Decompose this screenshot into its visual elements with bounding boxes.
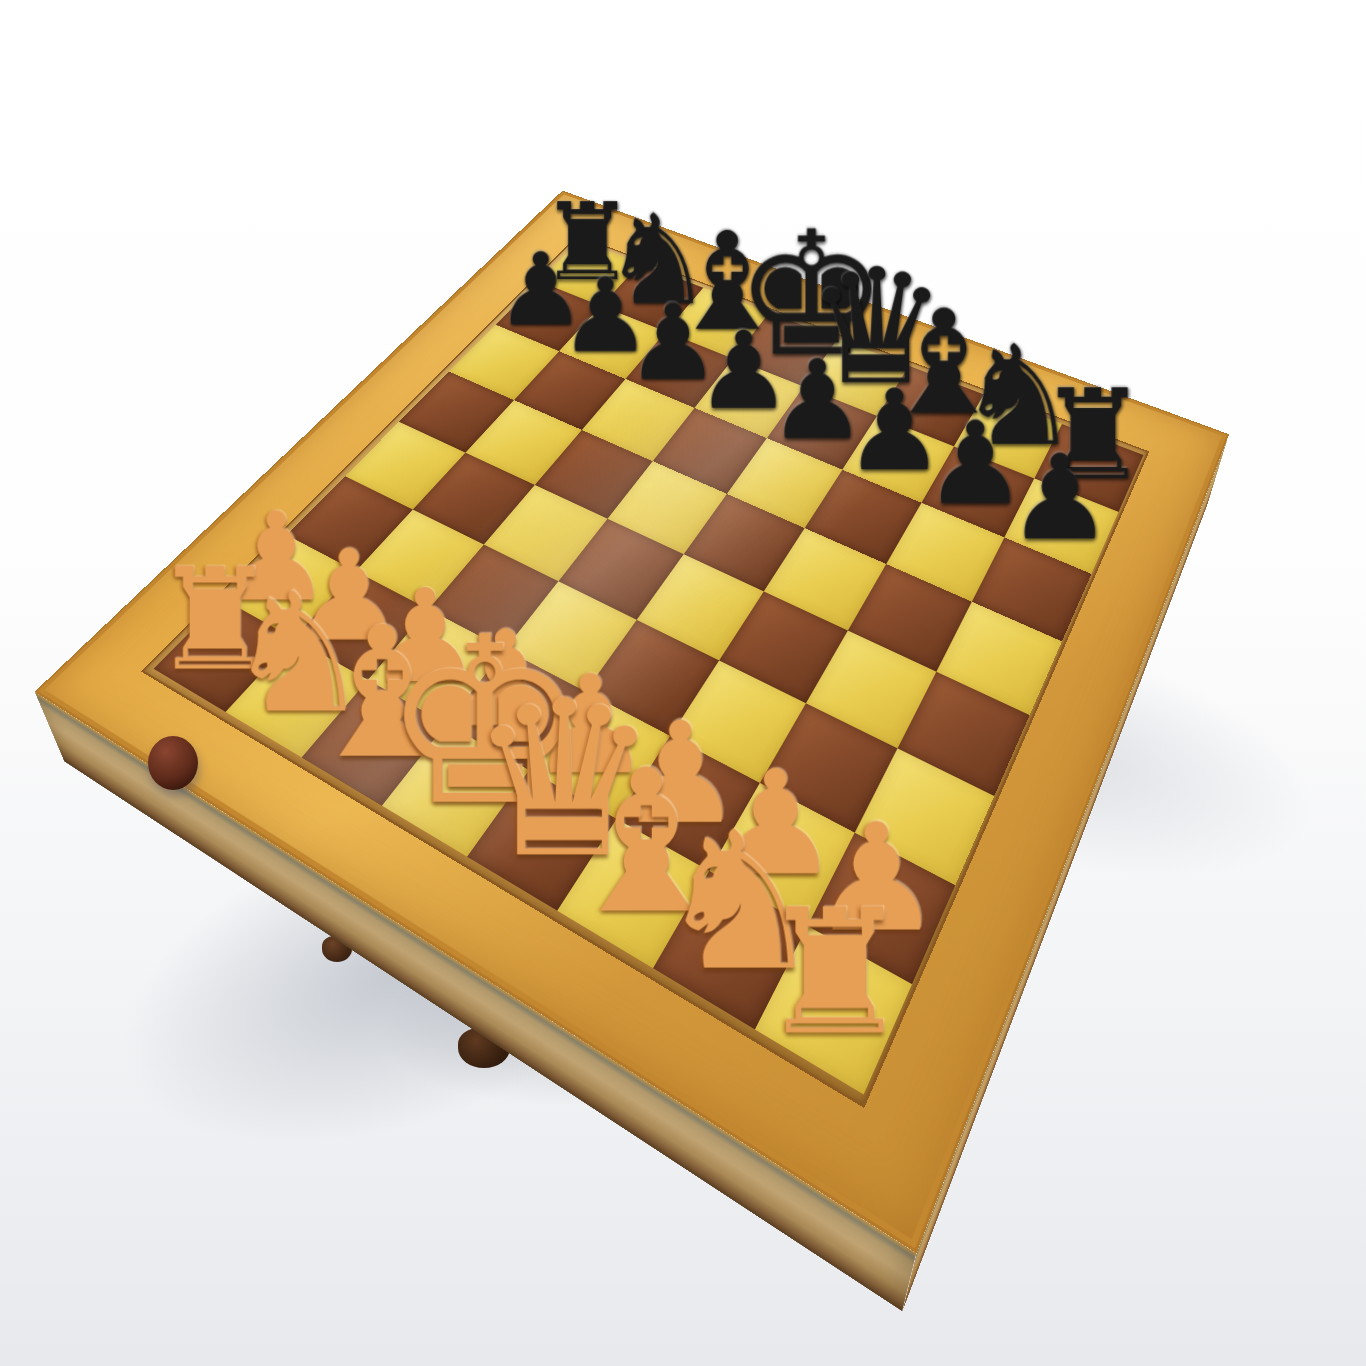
piece-black-pawn-h7[interactable]: ♟ xyxy=(1007,449,1097,545)
piece-black-pawn-f7[interactable]: ♟ xyxy=(844,385,929,477)
chess-board-grid: ♜♞♝♚♛♝♞♜♟♟♟♟♟♟♟♟♟♟♟♟♟♟♟♟♜♞♝♚♛♝♞♜ xyxy=(154,241,1140,1092)
piece-white-knight-g1[interactable]: ♞ xyxy=(654,825,770,981)
piece-black-pawn-d7[interactable]: ♟ xyxy=(696,327,778,415)
board-inner-trim: ♜♞♝♚♛♝♞♜♟♟♟♟♟♟♟♟♟♟♟♟♟♟♟♟♜♞♝♚♛♝♞♜ xyxy=(141,235,1149,1108)
photo-backdrop: ♜♞♝♚♛♝♞♜♟♟♟♟♟♟♟♟♟♟♟♟♟♟♟♟♜♞♝♚♛♝♞♜ xyxy=(0,0,1366,1366)
piece-black-pawn-g7[interactable]: ♟ xyxy=(924,416,1011,510)
piece-black-pawn-c7[interactable]: ♟ xyxy=(626,299,706,385)
piece-white-bishop-f1[interactable]: ♝ xyxy=(558,762,670,924)
square-h1[interactable]: ♜ xyxy=(755,926,912,1095)
drawer-knob[interactable] xyxy=(148,736,198,790)
piece-black-pawn-e7[interactable]: ♟ xyxy=(768,355,852,445)
chess-board-box: ♜♞♝♚♛♝♞♜♟♟♟♟♟♟♟♟♟♟♟♟♟♟♟♟♜♞♝♚♛♝♞♜ xyxy=(35,191,1229,1254)
scene: ♜♞♝♚♛♝♞♜♟♟♟♟♟♟♟♟♟♟♟♟♟♟♟♟♜♞♝♚♛♝♞♜ xyxy=(0,0,1366,1366)
piece-white-rook-h1[interactable]: ♜ xyxy=(757,902,877,1044)
